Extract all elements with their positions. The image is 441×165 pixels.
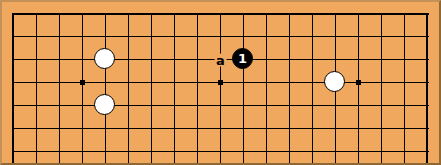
intersection-col6-row3 (117, 48, 140, 71)
grid-vline (358, 13, 359, 25)
white-stone (324, 71, 345, 92)
grid-vline (128, 140, 129, 163)
grid-vline (426, 48, 428, 71)
grid-vline (335, 140, 336, 163)
grid-vline (82, 117, 83, 140)
intersection-col11-row7 (232, 140, 255, 163)
grid-hline (13, 13, 25, 15)
intersection-col8-row6 (163, 117, 186, 140)
grid-vline (197, 94, 198, 117)
intersection-col11-row5 (232, 94, 255, 117)
grid-vline (59, 13, 60, 25)
intersection-col3-row5 (48, 94, 71, 117)
intersection-col10-row2 (209, 25, 232, 48)
intersection-col1-row6 (2, 117, 25, 140)
intersection-col8-row2 (163, 25, 186, 48)
intersection-col12-row5 (255, 94, 278, 117)
intersection-col13-row2 (278, 25, 301, 48)
grid-vline (289, 25, 290, 48)
intersection-col18-row2 (393, 25, 416, 48)
grid-vline (82, 13, 83, 25)
intersection-col4-row6 (71, 117, 94, 140)
intersection-col11-row4 (232, 71, 255, 94)
intersection-col5-row7 (94, 140, 117, 163)
grid-vline (381, 94, 382, 117)
grid-vline (289, 117, 290, 140)
grid-vline (335, 117, 336, 140)
grid-vline (220, 140, 221, 163)
intersection-col8-row4 (163, 71, 186, 94)
white-stone (94, 48, 115, 69)
intersection-col13-row4 (278, 71, 301, 94)
intersection-col16-row4 (347, 71, 370, 94)
grid-vline (381, 48, 382, 71)
intersection-col5-row4 (94, 71, 117, 94)
grid-vline (128, 25, 129, 48)
intersection-col19-row4 (416, 71, 439, 94)
intersection-col3-row6 (48, 117, 71, 140)
intersection-col17-row3 (370, 48, 393, 71)
intersection-col6-row2 (117, 25, 140, 48)
intersection-col6-row5 (117, 94, 140, 117)
grid-vline (12, 140, 14, 163)
grid-vline (174, 48, 175, 71)
grid-vline (36, 117, 37, 140)
intersection-col17-row4 (370, 71, 393, 94)
grid-vline (174, 140, 175, 163)
intersection-col2-row1 (25, 2, 48, 25)
grid-vline (243, 13, 244, 25)
grid-vline (312, 94, 313, 117)
grid-vline (358, 25, 359, 48)
intersection-col2-row2 (25, 25, 48, 48)
grid-vline (266, 117, 267, 140)
grid-vline (59, 25, 60, 48)
grid-vline (404, 94, 405, 117)
grid-vline (82, 25, 83, 48)
grid-vline (381, 140, 382, 163)
intersection-col19-row3 (416, 48, 439, 71)
grid-vline (105, 13, 106, 25)
intersection-col15-row7 (324, 140, 347, 163)
grid-vline (12, 13, 14, 25)
grid-vline (404, 140, 405, 163)
intersection-col7-row4 (140, 71, 163, 94)
grid-vline (404, 25, 405, 48)
grid-vline (220, 94, 221, 117)
intersection-col18-row5 (393, 94, 416, 117)
grid-vline (243, 140, 244, 163)
intersection-col10-row7 (209, 140, 232, 163)
intersection-col17-row6 (370, 117, 393, 140)
grid-vline (312, 117, 313, 140)
intersection-col12-row2 (255, 25, 278, 48)
grid-vline (151, 25, 152, 48)
grid-vline (82, 48, 83, 71)
grid-vline (220, 117, 221, 140)
intersection-col17-row7 (370, 140, 393, 163)
grid-vline (197, 13, 198, 25)
intersection-col9-row2 (186, 25, 209, 48)
grid-vline (82, 140, 83, 163)
grid-vline (151, 117, 152, 140)
intersection-col16-row7 (347, 140, 370, 163)
grid-vline (289, 48, 290, 71)
intersection-col7-row6 (140, 117, 163, 140)
intersection-col13-row3 (278, 48, 301, 71)
grid-vline (174, 71, 175, 94)
intersection-col2-row4 (25, 71, 48, 94)
intersection-col12-row7 (255, 140, 278, 163)
intersection-col13-row7 (278, 140, 301, 163)
intersection-col9-row3 (186, 48, 209, 71)
grid-hline (13, 128, 25, 129)
intersection-col8-row1 (163, 2, 186, 25)
grid-vline (36, 25, 37, 48)
star-point-icon (218, 80, 223, 85)
intersection-col2-row5 (25, 94, 48, 117)
intersection-col5-row2 (94, 25, 117, 48)
grid-vline (358, 117, 359, 140)
grid-vline (128, 117, 129, 140)
intersection-col1-row1 (2, 2, 25, 25)
grid-hline (13, 151, 25, 152)
grid-vline (128, 94, 129, 117)
grid-vline (243, 94, 244, 117)
grid-vline (36, 13, 37, 25)
intersection-col7-row5 (140, 94, 163, 117)
grid-vline (36, 48, 37, 71)
grid-hline (13, 82, 25, 83)
grid-vline (59, 48, 60, 71)
grid-vline (312, 140, 313, 163)
intersection-col4-row4 (71, 71, 94, 94)
grid-vline (105, 117, 106, 140)
intersection-col1-row7 (2, 140, 25, 163)
intersection-col8-row3 (163, 48, 186, 71)
grid-vline (12, 117, 14, 140)
grid-vline (197, 71, 198, 94)
intersection-col2-row6 (25, 117, 48, 140)
grid-vline (404, 71, 405, 94)
intersection-col18-row1 (393, 2, 416, 25)
intersection-col16-row3 (347, 48, 370, 71)
grid-vline (266, 94, 267, 117)
grid-vline (12, 25, 14, 48)
intersection-col14-row2 (301, 25, 324, 48)
intersection-col6-row1 (117, 2, 140, 25)
intersection-col18-row3 (393, 48, 416, 71)
grid-vline (220, 13, 221, 25)
intersection-col2-row7 (25, 140, 48, 163)
grid-vline (381, 117, 382, 140)
intersection-col4-row1 (71, 2, 94, 25)
grid-vline (220, 25, 221, 48)
intersection-col9-row5 (186, 94, 209, 117)
intersection-col10-row5 (209, 94, 232, 117)
intersection-col14-row1 (301, 2, 324, 25)
intersection-col10-row1 (209, 2, 232, 25)
intersection-col12-row1 (255, 2, 278, 25)
grid-vline (426, 71, 428, 94)
grid-vline (335, 94, 336, 117)
intersection-col1-row5 (2, 94, 25, 117)
grid-vline (358, 140, 359, 163)
intersection-col19-row6 (416, 117, 439, 140)
intersection-col18-row4 (393, 71, 416, 94)
grid-vline (128, 71, 129, 94)
intersection-col4-row7 (71, 140, 94, 163)
intersection-col4-row5 (71, 94, 94, 117)
intersection-col1-row2 (2, 25, 25, 48)
intersection-col15-row1 (324, 2, 347, 25)
intersection-col9-row4 (186, 71, 209, 94)
grid-hline (13, 59, 25, 60)
intersection-col8-row5 (163, 94, 186, 117)
intersection-col7-row3 (140, 48, 163, 71)
intersection-col3-row7 (48, 140, 71, 163)
black-stone: 1 (232, 48, 253, 69)
intersection-col5-row3 (94, 48, 117, 71)
intersection-col17-row1 (370, 2, 393, 25)
intersection-col7-row1 (140, 2, 163, 25)
grid-vline (174, 117, 175, 140)
grid-vline (59, 140, 60, 163)
intersection-col15-row5 (324, 94, 347, 117)
star-point-icon (356, 80, 361, 85)
intersection-col14-row5 (301, 94, 324, 117)
grid-vline (266, 25, 267, 48)
intersection-col9-row6 (186, 117, 209, 140)
intersection-col17-row2 (370, 25, 393, 48)
grid-vline (197, 117, 198, 140)
intersection-col13-row1 (278, 2, 301, 25)
grid-vline (426, 94, 428, 117)
grid-vline (197, 25, 198, 48)
go-board-diagram: a1 (0, 0, 441, 165)
intersection-col14-row3 (301, 48, 324, 71)
grid-vline (381, 25, 382, 48)
grid-vline (243, 71, 244, 94)
grid-vline (151, 140, 152, 163)
grid-vline (82, 94, 83, 117)
grid-hline (13, 105, 25, 106)
intersection-col6-row4 (117, 71, 140, 94)
grid-vline (289, 13, 290, 25)
intersection-col13-row6 (278, 117, 301, 140)
grid-vline (266, 48, 267, 71)
grid-vline (312, 25, 313, 48)
grid-vline (59, 71, 60, 94)
grid-vline (312, 48, 313, 71)
intersection-col18-row6 (393, 117, 416, 140)
grid-vline (174, 25, 175, 48)
intersection-col1-row4 (2, 71, 25, 94)
grid-vline (36, 94, 37, 117)
grid-vline (426, 140, 428, 163)
intersection-col15-row2 (324, 25, 347, 48)
intersection-col6-row7 (117, 140, 140, 163)
grid-vline (404, 48, 405, 71)
grid-vline (266, 140, 267, 163)
grid-vline (243, 25, 244, 48)
intersection-col3-row3 (48, 48, 71, 71)
intersection-col6-row6 (117, 117, 140, 140)
grid-vline (105, 140, 106, 163)
intersection-col4-row2 (71, 25, 94, 48)
intersection-col16-row5 (347, 94, 370, 117)
grid-vline (335, 48, 336, 71)
grid-vline (174, 94, 175, 117)
intersection-col3-row4 (48, 71, 71, 94)
intersection-col19-row1 (416, 2, 439, 25)
grid-vline (335, 13, 336, 25)
grid-hline (13, 36, 25, 37)
grid-vline (36, 140, 37, 163)
intersection-col9-row1 (186, 2, 209, 25)
grid-vline (358, 48, 359, 71)
grid-vline (289, 94, 290, 117)
grid-vline (59, 117, 60, 140)
intersection-col3-row1 (48, 2, 71, 25)
white-stone (94, 94, 115, 115)
intersection-col7-row7 (140, 140, 163, 163)
intersection-col17-row5 (370, 94, 393, 117)
intersection-col7-row2 (140, 25, 163, 48)
intersection-col4-row3 (71, 48, 94, 71)
grid-vline (381, 71, 382, 94)
intersection-col11-row2 (232, 25, 255, 48)
grid-vline (36, 71, 37, 94)
grid-vline (151, 48, 152, 71)
intersection-col15-row4 (324, 71, 347, 94)
intersection-col5-row1 (94, 2, 117, 25)
intersection-col5-row6 (94, 117, 117, 140)
go-board-grid: a1 (2, 2, 439, 163)
grid-vline (426, 13, 428, 25)
grid-vline (266, 13, 267, 25)
intersection-col19-row7 (416, 140, 439, 163)
grid-vline (12, 71, 14, 94)
point-label-a: a (214, 53, 227, 66)
grid-vline (128, 48, 129, 71)
intersection-col11-row6 (232, 117, 255, 140)
grid-vline (59, 94, 60, 117)
intersection-col10-row6 (209, 117, 232, 140)
grid-vline (12, 48, 14, 71)
grid-vline (426, 117, 428, 140)
grid-vline (197, 140, 198, 163)
grid-vline (289, 140, 290, 163)
intersection-col10-row3: a (209, 48, 232, 71)
intersection-col1-row3 (2, 48, 25, 71)
intersection-col14-row7 (301, 140, 324, 163)
star-point-icon (80, 80, 85, 85)
grid-vline (289, 71, 290, 94)
intersection-col10-row4 (209, 71, 232, 94)
grid-vline (197, 48, 198, 71)
intersection-col11-row3: 1 (232, 48, 255, 71)
grid-vline (381, 13, 382, 25)
grid-vline (404, 117, 405, 140)
stone-move-number: 1 (238, 52, 247, 65)
grid-vline (174, 13, 175, 25)
intersection-col19-row2 (416, 25, 439, 48)
intersection-col16-row1 (347, 2, 370, 25)
intersection-col16-row2 (347, 25, 370, 48)
grid-vline (243, 117, 244, 140)
intersection-col13-row5 (278, 94, 301, 117)
grid-vline (335, 25, 336, 48)
grid-vline (151, 71, 152, 94)
intersection-col18-row7 (393, 140, 416, 163)
grid-vline (105, 25, 106, 48)
intersection-col12-row6 (255, 117, 278, 140)
intersection-col11-row1 (232, 2, 255, 25)
intersection-col12-row4 (255, 71, 278, 94)
intersection-col12-row3 (255, 48, 278, 71)
intersection-col15-row6 (324, 117, 347, 140)
grid-vline (426, 25, 428, 48)
intersection-col14-row4 (301, 71, 324, 94)
intersection-col15-row3 (324, 48, 347, 71)
grid-vline (105, 71, 106, 94)
grid-vline (151, 13, 152, 25)
intersection-col8-row7 (163, 140, 186, 163)
grid-vline (12, 94, 14, 117)
intersection-col3-row2 (48, 25, 71, 48)
intersection-col5-row5 (94, 94, 117, 117)
grid-vline (266, 71, 267, 94)
intersection-col9-row7 (186, 140, 209, 163)
grid-vline (404, 13, 405, 25)
grid-vline (151, 94, 152, 117)
intersection-col16-row6 (347, 117, 370, 140)
grid-vline (312, 71, 313, 94)
grid-vline (358, 94, 359, 117)
intersection-col2-row3 (25, 48, 48, 71)
grid-vline (128, 13, 129, 25)
grid-vline (312, 13, 313, 25)
intersection-col19-row5 (416, 94, 439, 117)
intersection-col14-row6 (301, 117, 324, 140)
